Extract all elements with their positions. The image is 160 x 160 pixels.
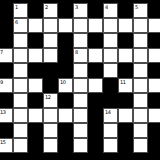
cell-r1c9[interactable] (133, 18, 148, 33)
cell-r3c6[interactable] (88, 48, 103, 63)
cell-r9c5[interactable] (73, 138, 88, 153)
cell-r8c4 (58, 123, 73, 138)
cell-r2c4 (58, 33, 73, 48)
cell-r2c1[interactable] (13, 33, 28, 48)
cell-r1c7[interactable] (103, 18, 118, 33)
cell-r7c0[interactable]: 13 (0, 108, 13, 123)
cell-r7c4[interactable] (58, 108, 73, 123)
clue-number-10: 10 (60, 79, 65, 85)
cell-r2c2 (28, 33, 43, 48)
cell-r1c10[interactable] (148, 18, 160, 33)
cell-r0c1[interactable]: 1 (13, 3, 28, 18)
cell-r7c10[interactable] (148, 108, 160, 123)
cell-r6c6 (88, 93, 103, 108)
cell-r5c3 (43, 78, 58, 93)
cell-r1c6[interactable] (88, 18, 103, 33)
cell-r5c6[interactable] (88, 78, 103, 93)
cell-r0c7[interactable]: 4 (103, 3, 118, 18)
cell-r6c2 (28, 93, 43, 108)
cell-r8c2 (28, 123, 43, 138)
cell-r8c3[interactable] (43, 123, 58, 138)
cell-r7c9[interactable] (133, 108, 148, 123)
cell-r5c5[interactable] (73, 78, 88, 93)
cell-r6c9[interactable] (133, 93, 148, 108)
cell-r6c4 (58, 93, 73, 108)
clue-number-7: 7 (0, 49, 3, 55)
cell-r2c8 (118, 33, 133, 48)
cell-r3c10[interactable] (148, 48, 160, 63)
clue-number-9: 9 (0, 79, 3, 85)
cell-r3c5[interactable]: 8 (73, 48, 88, 63)
cell-r9c3[interactable] (43, 138, 58, 153)
cell-r3c9[interactable] (133, 48, 148, 63)
clue-number-12: 12 (45, 94, 50, 100)
cell-r9c1[interactable] (13, 138, 28, 153)
cell-r9c4 (58, 138, 73, 153)
cell-r6c8 (118, 93, 133, 108)
cell-r4c9[interactable] (133, 63, 148, 78)
clue-number-3: 3 (75, 4, 78, 10)
cell-r8c1[interactable] (13, 123, 28, 138)
cell-r4c8 (118, 63, 133, 78)
cell-r4c6 (88, 63, 103, 78)
cell-r8c6 (88, 123, 103, 138)
cell-r4c4 (58, 63, 73, 78)
cell-r3c0[interactable]: 7 (0, 48, 13, 63)
cell-r2c6 (88, 33, 103, 48)
cell-r7c6 (88, 108, 103, 123)
cell-r4c5[interactable] (73, 63, 88, 78)
cell-r0c10 (148, 3, 160, 18)
cell-r6c3[interactable]: 12 (43, 93, 58, 108)
cell-r0c0 (0, 3, 13, 18)
cell-r6c1[interactable] (13, 93, 28, 108)
cell-r7c1[interactable] (13, 108, 28, 123)
cell-r7c7[interactable]: 14 (103, 108, 118, 123)
cell-r9c2 (28, 138, 43, 153)
cell-r9c9[interactable] (133, 138, 148, 153)
cell-r6c7 (103, 93, 118, 108)
cell-r3c2[interactable] (28, 48, 43, 63)
cell-r0c8 (118, 3, 133, 18)
clue-number-1: 1 (15, 4, 18, 10)
cell-r6c5[interactable] (73, 93, 88, 108)
cell-r1c4[interactable] (58, 18, 73, 33)
cell-r8c0 (0, 123, 13, 138)
cell-r1c0 (0, 18, 13, 33)
cell-r5c4[interactable]: 10 (58, 78, 73, 93)
clue-number-4: 4 (105, 4, 108, 10)
cell-r8c9[interactable] (133, 123, 148, 138)
cell-r2c3[interactable] (43, 33, 58, 48)
cell-r5c7 (103, 78, 118, 93)
cell-r4c2 (28, 63, 43, 78)
cell-r8c10 (148, 123, 160, 138)
cell-r2c9[interactable] (133, 33, 148, 48)
cell-r9c7[interactable] (103, 138, 118, 153)
cell-r4c7[interactable] (103, 63, 118, 78)
cell-r7c5[interactable] (73, 108, 88, 123)
cell-r1c8[interactable] (118, 18, 133, 33)
cell-r6c0 (0, 93, 13, 108)
cell-r5c0[interactable]: 9 (0, 78, 13, 93)
cell-r4c1[interactable] (13, 63, 28, 78)
cell-r2c0 (0, 33, 13, 48)
cell-r4c10 (148, 63, 160, 78)
cell-r0c2 (28, 3, 43, 18)
cell-r3c8[interactable] (118, 48, 133, 63)
cell-r9c0[interactable]: 15 (0, 138, 13, 153)
cell-r7c2[interactable] (28, 108, 43, 123)
cell-r5c10[interactable] (148, 78, 160, 93)
cell-r1c1[interactable]: 6 (13, 18, 28, 33)
clue-number-8: 8 (75, 49, 78, 55)
cell-r5c9[interactable] (133, 78, 148, 93)
clue-number-14: 14 (105, 109, 110, 115)
cell-r8c5[interactable] (73, 123, 88, 138)
cell-r4c3 (43, 63, 58, 78)
clue-number-2: 2 (45, 4, 48, 10)
cell-r3c7[interactable] (103, 48, 118, 63)
cell-r0c3[interactable]: 2 (43, 3, 58, 18)
cell-r4c0 (0, 63, 13, 78)
cell-r5c1[interactable] (13, 78, 28, 93)
cell-r5c2[interactable] (28, 78, 43, 93)
cell-r8c8 (118, 123, 133, 138)
cell-r9c8 (118, 138, 133, 153)
cell-r0c5[interactable]: 3 (73, 3, 88, 18)
cell-r5c8[interactable]: 11 (118, 78, 133, 93)
cell-r3c3[interactable] (43, 48, 58, 63)
clue-number-15: 15 (0, 139, 5, 145)
cell-r2c5[interactable] (73, 33, 88, 48)
cell-r7c8[interactable] (118, 108, 133, 123)
cell-r2c7[interactable] (103, 33, 118, 48)
cell-r0c9[interactable]: 5 (133, 3, 148, 18)
cell-r1c5[interactable] (73, 18, 88, 33)
cell-r8c7[interactable] (103, 123, 118, 138)
cell-r0c6 (88, 3, 103, 18)
clue-number-5: 5 (135, 4, 138, 10)
cell-r9c6 (88, 138, 103, 153)
clue-number-11: 11 (120, 79, 125, 85)
cell-r3c1[interactable] (13, 48, 28, 63)
clue-number-6: 6 (15, 19, 18, 25)
cell-r1c2[interactable] (28, 18, 43, 33)
clue-number-13: 13 (0, 109, 5, 115)
cell-r9c10 (148, 138, 160, 153)
crossword-grid: 123456789101112131415 (0, 3, 160, 153)
cell-r6c10 (148, 93, 160, 108)
cell-r0c4 (58, 3, 73, 18)
cell-r7c3[interactable] (43, 108, 58, 123)
cell-r1c3[interactable] (43, 18, 58, 33)
cell-r2c10 (148, 33, 160, 48)
cell-r3c4 (58, 48, 73, 63)
